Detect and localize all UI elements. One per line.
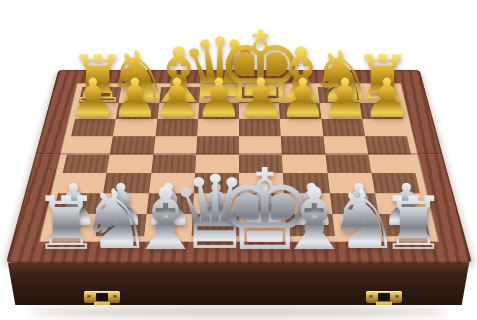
square-h4 (368, 154, 415, 173)
square-a7 (75, 103, 119, 119)
square-g5 (322, 136, 367, 154)
square-d4 (194, 154, 238, 173)
square-f2 (284, 193, 332, 214)
clasp-slot (96, 293, 108, 301)
box-front-face (6, 263, 471, 305)
square-b6 (113, 119, 157, 136)
square-f1 (285, 214, 334, 236)
square-e2 (239, 193, 285, 214)
square-h5 (364, 136, 410, 154)
square-h1 (378, 214, 430, 236)
chess-box-scene: ♜♞♝♛♚♝♞♜♟♟♟♟♟♟♟♟♟♟♟♟♟♟♟♟♜♞♝♛♚♝♞♜ (0, 0, 477, 320)
square-d1 (191, 214, 239, 236)
square-e1 (239, 214, 287, 236)
square-a2 (53, 193, 103, 214)
square-c2 (146, 193, 194, 214)
square-d7 (198, 103, 239, 119)
square-e7 (239, 103, 280, 119)
square-c6 (155, 119, 198, 136)
square-c4 (150, 154, 195, 173)
square-f3 (283, 173, 329, 193)
square-a3 (58, 173, 107, 193)
ground-shadow (30, 306, 447, 318)
square-a6 (71, 119, 116, 136)
clasp-slot (378, 293, 390, 301)
square-a1 (48, 214, 100, 236)
fold-seam (35, 153, 442, 155)
square-g4 (325, 154, 371, 173)
square-c8 (158, 87, 199, 103)
square-f6 (279, 119, 322, 136)
square-e3 (239, 173, 284, 193)
square-c5 (152, 136, 196, 154)
square-b4 (106, 154, 152, 173)
square-b7 (116, 103, 159, 119)
clasp-screw-icon (87, 295, 91, 299)
square-g2 (329, 193, 378, 214)
square-h6 (361, 119, 406, 136)
square-e8 (239, 87, 279, 103)
square-c7 (157, 103, 199, 119)
clasp-screw-icon (395, 295, 399, 299)
square-f4 (282, 154, 327, 173)
square-f5 (280, 136, 324, 154)
square-d8 (198, 87, 238, 103)
square-c1 (143, 214, 192, 236)
square-g7 (319, 103, 362, 119)
square-h3 (371, 173, 420, 193)
square-d6 (197, 119, 239, 136)
square-f8 (278, 87, 319, 103)
square-b2 (99, 193, 148, 214)
square-f7 (279, 103, 321, 119)
square-g3 (327, 173, 375, 193)
square-c3 (148, 173, 194, 193)
square-h8 (356, 87, 399, 103)
square-d3 (193, 173, 238, 193)
square-b8 (118, 87, 160, 103)
square-g6 (320, 119, 364, 136)
board-squares (48, 87, 430, 236)
square-e6 (239, 119, 281, 136)
square-d5 (195, 136, 238, 154)
square-a4 (62, 154, 109, 173)
square-a5 (66, 136, 112, 154)
chess-board (6, 70, 472, 263)
square-e4 (239, 154, 283, 173)
square-h7 (359, 103, 403, 119)
square-b5 (109, 136, 154, 154)
square-g1 (331, 214, 381, 236)
square-d2 (192, 193, 238, 214)
clasp-screw-icon (369, 295, 373, 299)
square-g8 (317, 87, 359, 103)
square-b1 (95, 214, 145, 236)
square-a8 (78, 87, 121, 103)
square-h2 (374, 193, 424, 214)
clasp-screw-icon (113, 295, 117, 299)
square-e5 (239, 136, 282, 154)
square-b3 (103, 173, 151, 193)
